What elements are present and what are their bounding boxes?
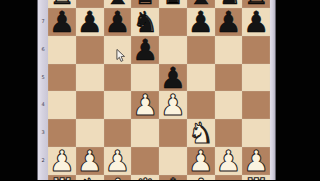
square-a4[interactable] bbox=[48, 91, 76, 119]
black-pawn[interactable]: ♟ bbox=[104, 9, 130, 37]
square-d4[interactable]: ♟ bbox=[131, 91, 159, 119]
black-pawn[interactable]: ♟ bbox=[77, 9, 103, 37]
square-f5[interactable] bbox=[187, 64, 215, 92]
square-a5[interactable] bbox=[48, 64, 76, 92]
chess-board: ♜♝♛♚♝♞♜♟♟♟♞♟♟♟♟♟♟♟♞♟♟♟♟♟♟♜♞♝♛♚♝♜ bbox=[48, 0, 270, 180]
rank-label-4: 4 bbox=[38, 91, 48, 119]
square-e7[interactable] bbox=[159, 8, 187, 36]
square-h5[interactable] bbox=[242, 64, 270, 92]
black-pawn[interactable]: ♟ bbox=[188, 9, 214, 37]
black-pawn[interactable]: ♟ bbox=[243, 9, 269, 37]
square-h6[interactable] bbox=[242, 36, 270, 64]
square-b6[interactable] bbox=[76, 36, 104, 64]
square-c1[interactable]: ♝ bbox=[104, 175, 132, 181]
square-d1[interactable]: ♛ bbox=[131, 175, 159, 181]
white-pawn[interactable]: ♟ bbox=[132, 92, 158, 120]
black-pawn[interactable]: ♟ bbox=[49, 9, 75, 37]
square-g4[interactable] bbox=[215, 91, 243, 119]
square-b4[interactable] bbox=[76, 91, 104, 119]
square-h7[interactable]: ♟ bbox=[242, 8, 270, 36]
square-h4[interactable] bbox=[242, 91, 270, 119]
rank-label-6: 6 bbox=[38, 36, 48, 64]
board-frame-right bbox=[270, 0, 276, 180]
black-king[interactable]: ♚ bbox=[160, 0, 186, 9]
square-g2[interactable]: ♟ bbox=[215, 147, 243, 175]
square-b1[interactable]: ♞ bbox=[76, 175, 104, 181]
square-c7[interactable]: ♟ bbox=[104, 8, 132, 36]
square-d3[interactable] bbox=[131, 119, 159, 147]
square-b7[interactable]: ♟ bbox=[76, 8, 104, 36]
square-a1[interactable]: ♜ bbox=[48, 175, 76, 181]
square-c5[interactable] bbox=[104, 64, 132, 92]
square-a7[interactable]: ♟ bbox=[48, 8, 76, 36]
square-a6[interactable] bbox=[48, 36, 76, 64]
black-pawn[interactable]: ♟ bbox=[215, 9, 241, 37]
white-rook[interactable]: ♜ bbox=[49, 175, 75, 180]
square-e1[interactable]: ♚ bbox=[159, 175, 187, 181]
rank-label-2: 2 bbox=[38, 147, 48, 175]
black-pawn[interactable]: ♟ bbox=[132, 36, 158, 64]
square-g5[interactable] bbox=[215, 64, 243, 92]
mouse-cursor-icon bbox=[116, 49, 126, 63]
square-b5[interactable] bbox=[76, 64, 104, 92]
square-e3[interactable] bbox=[159, 119, 187, 147]
white-bishop[interactable]: ♝ bbox=[188, 175, 214, 180]
rank-label-8: 8 bbox=[38, 0, 48, 8]
white-pawn[interactable]: ♟ bbox=[160, 92, 186, 120]
rank-label-7: 7 bbox=[38, 8, 48, 36]
rank-label-5: 5 bbox=[38, 64, 48, 92]
white-bishop[interactable]: ♝ bbox=[104, 175, 130, 180]
square-g6[interactable] bbox=[215, 36, 243, 64]
white-king[interactable]: ♚ bbox=[160, 175, 186, 180]
square-d6[interactable]: ♟ bbox=[131, 36, 159, 64]
white-rook[interactable]: ♜ bbox=[243, 175, 269, 180]
board-frame-left: 87654321 bbox=[37, 0, 48, 180]
square-f7[interactable]: ♟ bbox=[187, 8, 215, 36]
white-knight[interactable]: ♞ bbox=[77, 175, 103, 180]
square-f1[interactable]: ♝ bbox=[187, 175, 215, 181]
rank-label-1: 1 bbox=[38, 175, 48, 181]
video-frame: 87654321 ♜♝♛♚♝♞♜♟♟♟♞♟♟♟♟♟♟♟♞♟♟♟♟♟♟♜♞♝♛♚♝… bbox=[0, 0, 320, 180]
square-c4[interactable] bbox=[104, 91, 132, 119]
rank-label-3: 3 bbox=[38, 119, 48, 147]
white-pawn[interactable]: ♟ bbox=[215, 147, 241, 175]
square-f6[interactable] bbox=[187, 36, 215, 64]
square-h1[interactable]: ♜ bbox=[242, 175, 270, 181]
square-e8[interactable]: ♚ bbox=[159, 0, 187, 8]
white-queen[interactable]: ♛ bbox=[132, 175, 158, 180]
square-g7[interactable]: ♟ bbox=[215, 8, 243, 36]
square-e4[interactable]: ♟ bbox=[159, 91, 187, 119]
